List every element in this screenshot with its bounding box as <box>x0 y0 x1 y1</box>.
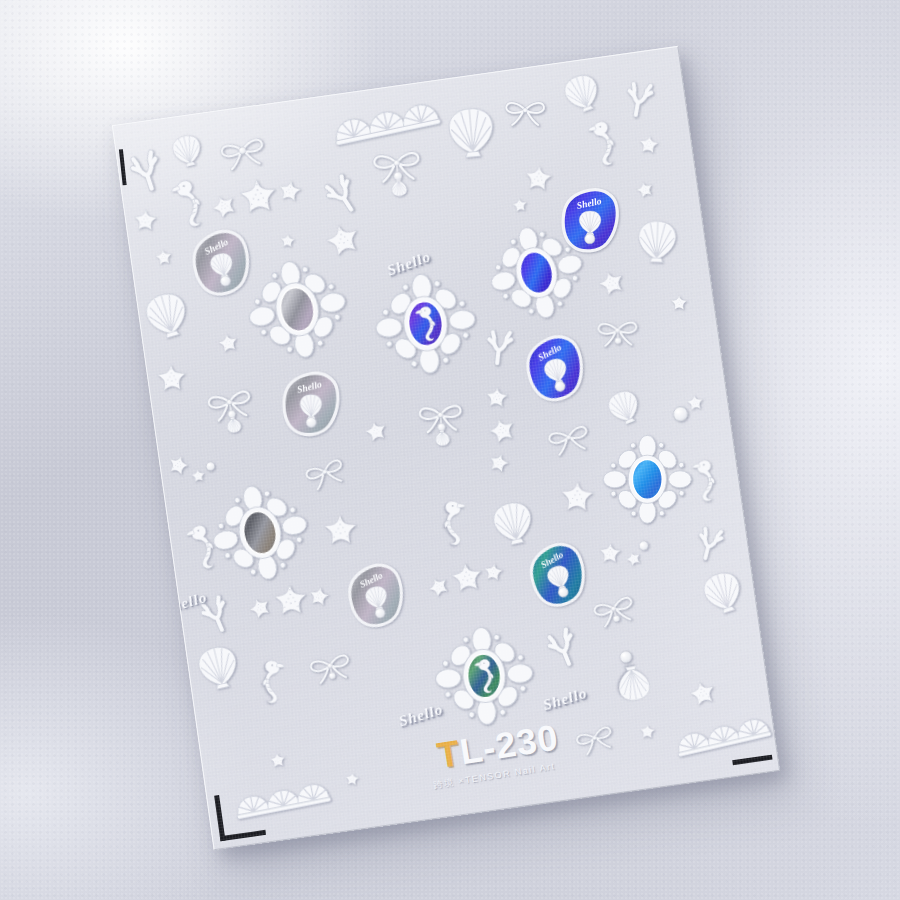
starfish-sticker <box>639 723 656 740</box>
pearl-sticker <box>619 650 634 665</box>
starfish-cluster-sticker <box>477 383 527 480</box>
bow-sticker <box>569 718 621 762</box>
seahorse-sticker <box>181 521 220 573</box>
bow-sticker <box>541 417 596 462</box>
shello-badge-sticker: Shello <box>279 370 341 439</box>
starfish-sticker <box>511 197 528 214</box>
shell-sticker <box>600 383 647 430</box>
coral-sticker <box>311 163 369 223</box>
shell-sticker <box>166 129 207 170</box>
shello-badge-sticker: Shello <box>517 329 593 410</box>
starfish-sticker <box>559 480 594 515</box>
registration-mark-bottom-left <box>214 789 266 841</box>
starfish-sticker <box>268 752 286 770</box>
bow-sticker <box>367 143 431 227</box>
starfish-sticker <box>216 331 240 355</box>
shell-sticker <box>556 67 607 118</box>
starfish-sticker <box>155 248 174 267</box>
product-code-block: TL-230 跨境 ×TENSOR Nail Art <box>433 716 564 791</box>
starfish-sticker <box>280 233 296 249</box>
starfish-sticker <box>687 677 719 709</box>
cameo-frame-sticker <box>377 271 475 376</box>
seahorse-sticker <box>257 658 289 705</box>
shell-sticker <box>633 217 681 265</box>
seahorse-sticker <box>166 175 208 231</box>
shell-sticker <box>611 662 655 706</box>
bow-sticker <box>201 382 266 464</box>
coral-sticker <box>687 517 732 565</box>
shell-sticker <box>190 639 245 694</box>
seahorse-sticker <box>584 118 620 169</box>
starfish-sticker <box>133 208 158 233</box>
cameo-frame-sticker <box>209 479 310 586</box>
bow-sticker <box>213 129 272 177</box>
starfish-sticker <box>345 771 360 786</box>
shello-badge-sticker: Shello <box>340 557 412 634</box>
bow-sticker <box>303 646 358 691</box>
shell-sticker <box>442 102 501 161</box>
starfish-sticker <box>523 163 554 194</box>
shello-badge-sticker: Shello <box>184 224 258 304</box>
bow-sticker <box>593 315 643 352</box>
starfish-sticker <box>595 267 628 300</box>
cameo-frame-sticker <box>438 626 530 726</box>
starfish-cluster-sticker <box>244 572 337 635</box>
starfish-sticker <box>362 418 389 445</box>
starfish-sticker <box>638 134 660 156</box>
bow-sticker <box>298 450 353 497</box>
starfish-sticker <box>634 179 655 200</box>
lace-trim-sticker <box>328 94 444 150</box>
shell-sticker <box>486 495 541 550</box>
shell-sticker <box>137 285 196 344</box>
registration-mark-bottom-right <box>732 755 772 766</box>
cameo-frame-sticker <box>246 255 348 363</box>
coral-sticker <box>535 618 589 675</box>
shell-sticker <box>695 564 750 619</box>
lace-trim-sticker <box>670 709 774 760</box>
seahorse-sticker <box>689 458 719 503</box>
coral-sticker <box>118 140 173 198</box>
shello-script-sticker: Shello <box>397 700 445 730</box>
bow-sticker <box>413 397 471 475</box>
starfish-cluster-sticker <box>166 451 219 491</box>
starfish-cluster-sticker <box>595 530 659 582</box>
starfish-sticker <box>685 393 704 412</box>
bow-sticker <box>501 95 549 130</box>
seahorse-sticker <box>438 497 474 548</box>
sticker-sheet: Shello Shello Shello Shello Shello <box>112 46 780 850</box>
shello-script-sticker: Shello <box>540 684 588 714</box>
starfish-sticker <box>156 363 188 395</box>
starfish-cluster-sticker <box>422 549 511 613</box>
starfish-sticker <box>670 295 687 312</box>
cameo-frame-sticker <box>608 437 686 522</box>
product-photo: Shello Shello Shello Shello Shello <box>0 0 900 900</box>
shello-badge-sticker: Shello <box>521 536 596 616</box>
starfish-sticker <box>323 513 358 548</box>
coral-sticker <box>617 72 662 121</box>
coral-sticker <box>478 321 520 367</box>
